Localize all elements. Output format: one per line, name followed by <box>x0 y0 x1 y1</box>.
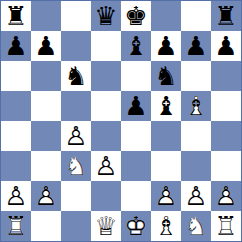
square-c1[interactable] <box>61 211 91 241</box>
piece-outline: ♙ <box>151 181 181 211</box>
black-queen-icon: ♛ <box>91 1 121 31</box>
square-d8[interactable]: ♛ <box>91 1 121 31</box>
square-g7[interactable]: ♟ <box>181 31 211 61</box>
square-h5[interactable] <box>211 91 241 121</box>
square-b2[interactable]: ♟♙ <box>31 181 61 211</box>
square-d2[interactable] <box>91 181 121 211</box>
square-f7[interactable]: ♟ <box>151 31 181 61</box>
chess-board-frame: ♜♛♚♜♟♟♝♟♟♟♞♞♟♝♝♗♟♙♞♘♟♙♟♙♟♙♟♙♟♙♟♙♜♖♛♕♚♔♝♗… <box>0 0 242 242</box>
square-g3[interactable] <box>181 151 211 181</box>
piece-outline: ♘ <box>61 151 91 181</box>
square-f5[interactable]: ♝ <box>151 91 181 121</box>
square-d6[interactable] <box>91 61 121 91</box>
square-g4[interactable] <box>181 121 211 151</box>
square-d7[interactable] <box>91 31 121 61</box>
white-pawn-icon: ♟♙ <box>181 181 211 211</box>
piece-fill: ♜ <box>1 1 31 31</box>
black-pawn-icon: ♟ <box>211 31 241 61</box>
square-b5[interactable] <box>31 91 61 121</box>
piece-fill: ♞ <box>151 61 181 91</box>
black-bishop-icon: ♝ <box>151 91 181 121</box>
square-h1[interactable]: ♜♖ <box>211 211 241 241</box>
square-f6[interactable]: ♞ <box>151 61 181 91</box>
square-d3[interactable]: ♟♙ <box>91 151 121 181</box>
piece-outline: ♙ <box>211 181 241 211</box>
square-a5[interactable] <box>1 91 31 121</box>
square-c2[interactable] <box>61 181 91 211</box>
square-e2[interactable] <box>121 181 151 211</box>
square-a4[interactable] <box>1 121 31 151</box>
black-king-icon: ♚ <box>121 1 151 31</box>
square-c4[interactable]: ♟♙ <box>61 121 91 151</box>
chess-board: ♜♛♚♜♟♟♝♟♟♟♞♞♟♝♝♗♟♙♞♘♟♙♟♙♟♙♟♙♟♙♟♙♜♖♛♕♚♔♝♗… <box>1 1 241 241</box>
square-e3[interactable] <box>121 151 151 181</box>
piece-fill: ♝ <box>121 31 151 61</box>
white-pawn-icon: ♟♙ <box>61 121 91 151</box>
square-d4[interactable] <box>91 121 121 151</box>
square-b8[interactable] <box>31 1 61 31</box>
square-f3[interactable] <box>151 151 181 181</box>
piece-outline: ♙ <box>61 121 91 151</box>
piece-fill: ♛ <box>91 1 121 31</box>
square-h2[interactable]: ♟♙ <box>211 181 241 211</box>
piece-fill: ♟ <box>121 91 151 121</box>
square-b1[interactable] <box>31 211 61 241</box>
piece-fill: ♟ <box>31 31 61 61</box>
piece-outline: ♗ <box>151 211 181 241</box>
square-c5[interactable] <box>61 91 91 121</box>
piece-outline: ♕ <box>91 211 121 241</box>
square-c8[interactable] <box>61 1 91 31</box>
black-bishop-icon: ♝ <box>121 31 151 61</box>
square-a7[interactable]: ♟ <box>1 31 31 61</box>
square-h3[interactable] <box>211 151 241 181</box>
white-knight-icon: ♞♘ <box>181 211 211 241</box>
square-h6[interactable] <box>211 61 241 91</box>
white-pawn-icon: ♟♙ <box>151 181 181 211</box>
white-rook-icon: ♜♖ <box>211 211 241 241</box>
square-f1[interactable]: ♝♗ <box>151 211 181 241</box>
white-bishop-icon: ♝♗ <box>181 91 211 121</box>
piece-fill: ♟ <box>151 31 181 61</box>
piece-outline: ♘ <box>181 211 211 241</box>
piece-fill: ♜ <box>211 1 241 31</box>
square-g5[interactable]: ♝♗ <box>181 91 211 121</box>
square-g6[interactable] <box>181 61 211 91</box>
square-c6[interactable]: ♞ <box>61 61 91 91</box>
square-e1[interactable]: ♚♔ <box>121 211 151 241</box>
black-rook-icon: ♜ <box>211 1 241 31</box>
black-knight-icon: ♞ <box>61 61 91 91</box>
square-g8[interactable] <box>181 1 211 31</box>
piece-outline: ♗ <box>181 91 211 121</box>
square-a8[interactable]: ♜ <box>1 1 31 31</box>
piece-outline: ♙ <box>91 151 121 181</box>
square-a3[interactable] <box>1 151 31 181</box>
piece-outline: ♙ <box>1 181 31 211</box>
white-knight-icon: ♞♘ <box>61 151 91 181</box>
white-rook-icon: ♜♖ <box>1 211 31 241</box>
square-g2[interactable]: ♟♙ <box>181 181 211 211</box>
black-pawn-icon: ♟ <box>181 31 211 61</box>
white-bishop-icon: ♝♗ <box>151 211 181 241</box>
square-a6[interactable] <box>1 61 31 91</box>
square-b3[interactable] <box>31 151 61 181</box>
square-h8[interactable]: ♜ <box>211 1 241 31</box>
piece-outline: ♔ <box>121 211 151 241</box>
square-d5[interactable] <box>91 91 121 121</box>
square-e4[interactable] <box>121 121 151 151</box>
black-rook-icon: ♜ <box>1 1 31 31</box>
white-queen-icon: ♛♕ <box>91 211 121 241</box>
white-pawn-icon: ♟♙ <box>211 181 241 211</box>
piece-fill: ♟ <box>1 31 31 61</box>
white-king-icon: ♚♔ <box>121 211 151 241</box>
square-e6[interactable] <box>121 61 151 91</box>
piece-outline: ♖ <box>211 211 241 241</box>
square-h7[interactable]: ♟ <box>211 31 241 61</box>
square-c7[interactable] <box>61 31 91 61</box>
white-pawn-icon: ♟♙ <box>91 151 121 181</box>
square-f2[interactable]: ♟♙ <box>151 181 181 211</box>
black-pawn-icon: ♟ <box>1 31 31 61</box>
square-e7[interactable]: ♝ <box>121 31 151 61</box>
piece-outline: ♖ <box>1 211 31 241</box>
white-pawn-icon: ♟♙ <box>31 181 61 211</box>
square-f4[interactable] <box>151 121 181 151</box>
black-pawn-icon: ♟ <box>31 31 61 61</box>
piece-fill: ♞ <box>61 61 91 91</box>
black-pawn-icon: ♟ <box>121 91 151 121</box>
square-g1[interactable]: ♞♘ <box>181 211 211 241</box>
square-a1[interactable]: ♜♖ <box>1 211 31 241</box>
square-b6[interactable] <box>31 61 61 91</box>
square-a2[interactable]: ♟♙ <box>1 181 31 211</box>
square-e5[interactable]: ♟ <box>121 91 151 121</box>
square-h4[interactable] <box>211 121 241 151</box>
square-c3[interactable]: ♞♘ <box>61 151 91 181</box>
piece-outline: ♙ <box>181 181 211 211</box>
piece-outline: ♙ <box>31 181 61 211</box>
piece-fill: ♝ <box>151 91 181 121</box>
piece-fill: ♟ <box>181 31 211 61</box>
square-b7[interactable]: ♟ <box>31 31 61 61</box>
square-d1[interactable]: ♛♕ <box>91 211 121 241</box>
white-pawn-icon: ♟♙ <box>1 181 31 211</box>
black-pawn-icon: ♟ <box>151 31 181 61</box>
piece-fill: ♟ <box>211 31 241 61</box>
black-knight-icon: ♞ <box>151 61 181 91</box>
square-f8[interactable] <box>151 1 181 31</box>
square-b4[interactable] <box>31 121 61 151</box>
piece-fill: ♚ <box>121 1 151 31</box>
square-e8[interactable]: ♚ <box>121 1 151 31</box>
